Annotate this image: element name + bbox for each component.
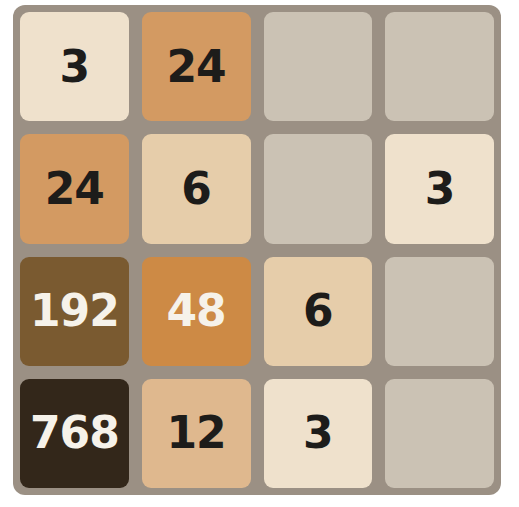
tile-6: 6 [264,257,373,366]
tile-192: 192 [20,257,129,366]
tile-6: 6 [142,134,251,243]
tile-3: 3 [20,12,129,121]
tile-48: 48 [142,257,251,366]
tile-24: 24 [20,134,129,243]
empty-cell [385,379,494,488]
tile-12: 12 [142,379,251,488]
empty-cell [385,257,494,366]
tile-3: 3 [264,379,373,488]
tile-24: 24 [142,12,251,121]
board[interactable]: 3242463192486768123 [13,5,501,495]
empty-cell [264,134,373,243]
tile-768: 768 [20,379,129,488]
tile-3: 3 [385,134,494,243]
empty-cell [385,12,494,121]
game-page: 3242463192486768123 [0,0,519,507]
empty-cell [264,12,373,121]
